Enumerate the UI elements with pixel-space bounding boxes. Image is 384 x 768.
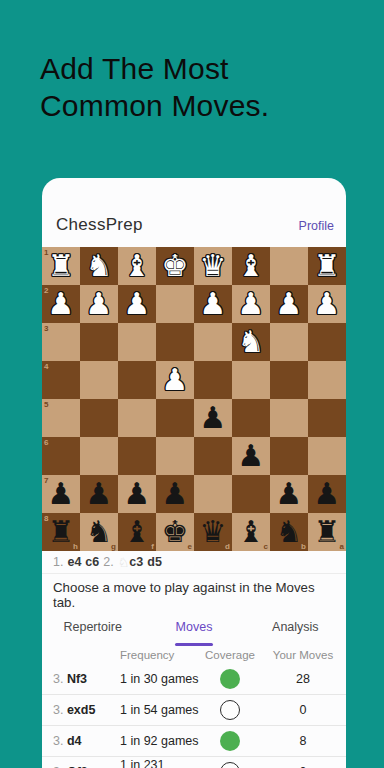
square-g1[interactable]: ♞ [80,247,118,285]
square-g2[interactable]: ♟ [80,285,118,323]
white-piece-B: ♝ [118,247,156,285]
black-piece-P: ♟ [232,437,270,475]
tab-analysis[interactable]: Analysis [245,615,346,646]
square-a5[interactable] [308,399,346,437]
black-piece-P: ♟ [270,475,308,513]
square-e3[interactable] [156,323,194,361]
row-move-name: Nf3 [67,672,87,686]
move-text: e4 [67,555,81,569]
row-move-number: 3. [53,734,67,748]
white-piece-P: ♟ [118,285,156,323]
square-e8[interactable]: e♚ [156,513,194,551]
hero-heading: Add The Most Common Moves. [40,50,269,124]
square-b5[interactable] [270,399,308,437]
square-c1[interactable]: ♝ [232,247,270,285]
phone-mockup: ChessPrep Profile 1♜♞♝♚♛♝♜2♟♟♟♟♟♟♟3♞4♟5♟… [42,178,346,768]
square-c7[interactable] [232,475,270,513]
move-text: c6 [85,555,99,569]
square-f7[interactable]: ♟ [118,475,156,513]
move-text: d5 [147,555,162,569]
white-piece-P: ♟ [308,285,346,323]
header-your-moves: Your Moves [260,649,346,661]
square-g6[interactable] [80,437,118,475]
app-header: ChessPrep Profile [42,178,346,247]
square-f8[interactable]: f♝ [118,513,156,551]
square-b2[interactable]: ♟ [270,285,308,323]
row-your-moves: 8 [260,734,346,748]
moves-table: Frequency Coverage Your Moves 3. Nf31 in… [42,646,346,768]
square-d4[interactable] [194,361,232,399]
square-d3[interactable] [194,323,232,361]
square-b4[interactable] [270,361,308,399]
square-e1[interactable]: ♚ [156,247,194,285]
tab-active-underline [175,643,213,646]
rank-label: 4 [44,362,48,371]
rank-label: 1 [44,248,48,257]
square-g3[interactable] [80,323,118,361]
row-frequency: 1 in 30 games [120,672,200,686]
coverage-indicator-filled [220,669,240,689]
hero-heading-line2: Common Moves. [40,87,269,124]
row-move-name: exd5 [67,703,96,717]
move-row-exd5[interactable]: 3. exd51 in 54 games0 [42,694,346,725]
moves-table-header: Frequency Coverage Your Moves [42,646,346,663]
header-coverage: Coverage [200,649,260,661]
tab-label: Repertoire [63,620,121,634]
square-f4[interactable] [118,361,156,399]
row-move-name: d4 [67,734,82,748]
row-frequency: 1 in 92 games [120,734,200,748]
row-frequency: 1 in 231 gam... [120,758,200,768]
square-a3[interactable] [308,323,346,361]
white-piece-R: ♜ [308,247,346,285]
square-e6[interactable] [156,437,194,475]
row-move-number: 3. [53,703,67,717]
tab-bar: RepertoireMovesAnalysis [42,615,346,646]
square-d1[interactable]: ♛ [194,247,232,285]
square-a6[interactable] [308,437,346,475]
moves-table-body: 3. Nf31 in 30 games283. exd51 in 54 game… [42,663,346,768]
file-label: e [188,542,192,551]
square-e5[interactable] [156,399,194,437]
rank-label: 6 [44,438,48,447]
square-b8[interactable]: b♞ [270,513,308,551]
square-h1[interactable]: 1♜ [42,247,80,285]
black-piece-P: ♟ [80,475,118,513]
tab-label: Analysis [272,620,319,634]
file-label: a [340,542,344,551]
chess-board: 1♜♞♝♚♛♝♜2♟♟♟♟♟♟♟3♞4♟5♟6♟7♟♟♟♟♟♟8h♜g♞f♝e♚… [42,247,346,551]
square-d2[interactable]: ♟ [194,285,232,323]
row-move-number: 3. [53,672,67,686]
file-label: c [264,542,268,551]
square-e2[interactable] [156,285,194,323]
move-number: 2. [103,555,113,569]
app-title: ChessPrep [56,215,143,235]
square-g5[interactable] [80,399,118,437]
move-text: c3 [129,555,143,569]
rank-label: 3 [44,324,48,333]
square-g4[interactable] [80,361,118,399]
white-piece-P: ♟ [270,285,308,323]
file-label: b [301,542,306,551]
square-h7[interactable]: 7♟ [42,475,80,513]
square-h2[interactable]: 2♟ [42,285,80,323]
square-h4[interactable]: 4 [42,361,80,399]
tab-repertoire[interactable]: Repertoire [42,615,143,646]
square-d6[interactable] [194,437,232,475]
coverage-indicator-empty [220,700,240,720]
coverage-indicator-empty [220,762,240,768]
square-f5[interactable] [118,399,156,437]
white-piece-P: ♟ [232,285,270,323]
black-piece-P: ♟ [194,399,232,437]
file-label: h [73,542,78,551]
square-b6[interactable] [270,437,308,475]
square-f3[interactable] [118,323,156,361]
white-piece-B: ♝ [232,247,270,285]
white-piece-Q: ♛ [194,247,232,285]
hero-heading-line1: Add The Most [40,50,269,87]
square-a1[interactable]: ♜ [308,247,346,285]
row-your-moves: 28 [260,672,346,686]
white-piece-N: ♞ [232,323,270,361]
square-d7[interactable] [194,475,232,513]
rank-label: 8 [44,514,48,523]
square-f1[interactable]: ♝ [118,247,156,285]
coverage-indicator-filled [220,731,240,751]
move-text: ♘ [118,555,130,570]
move-row-d4[interactable]: 3. d41 in 92 games8 [42,725,346,756]
black-piece-P: ♟ [118,475,156,513]
rank-label: 2 [44,286,48,295]
white-piece-P: ♟ [80,285,118,323]
square-h5[interactable]: 5 [42,399,80,437]
square-a7[interactable]: ♟ [308,475,346,513]
square-c8[interactable]: c♝ [232,513,270,551]
white-piece-P: ♟ [194,285,232,323]
square-b1[interactable] [270,247,308,285]
square-c4[interactable] [232,361,270,399]
move-number: 1. [53,555,63,569]
file-label: g [111,542,116,551]
square-h3[interactable]: 3 [42,323,80,361]
move-row-Nf3[interactable]: 3. Nf31 in 30 games28 [42,663,346,694]
white-piece-K: ♚ [156,247,194,285]
rank-label: 5 [44,400,48,409]
square-c2[interactable]: ♟ [232,285,270,323]
move-list[interactable]: 1.e4c62.♘c3d5 [42,551,346,574]
white-piece-P: ♟ [156,361,194,399]
square-a2[interactable]: ♟ [308,285,346,323]
square-h8[interactable]: 8h♜ [42,513,80,551]
square-a4[interactable] [308,361,346,399]
white-piece-N: ♞ [80,247,118,285]
square-b7[interactable]: ♟ [270,475,308,513]
square-d8[interactable]: d♛ [194,513,232,551]
black-piece-B: ♝ [118,513,156,551]
square-e4[interactable]: ♟ [156,361,194,399]
row-your-moves: 0 [260,703,346,717]
square-h6[interactable]: 6 [42,437,80,475]
tab-moves[interactable]: Moves [143,615,244,646]
black-piece-P: ♟ [156,475,194,513]
square-e7[interactable]: ♟ [156,475,194,513]
square-f6[interactable] [118,437,156,475]
black-piece-P: ♟ [308,475,346,513]
square-d5[interactable]: ♟ [194,399,232,437]
rank-label: 7 [44,476,48,485]
square-a8[interactable]: a♜ [308,513,346,551]
square-b3[interactable] [270,323,308,361]
file-label: f [151,542,154,551]
row-frequency: 1 in 54 games [120,703,200,717]
file-label: d [225,542,230,551]
profile-link[interactable]: Profile [299,219,334,233]
square-c5[interactable] [232,399,270,437]
square-c6[interactable]: ♟ [232,437,270,475]
square-g8[interactable]: g♞ [80,513,118,551]
square-g7[interactable]: ♟ [80,475,118,513]
tab-label: Moves [176,620,213,634]
square-c3[interactable]: ♞ [232,323,270,361]
hint-text: Choose a move to play against in the Mov… [42,574,346,615]
move-row-Qf3[interactable]: 3. Qf31 in 231 gam...0 [42,756,346,768]
header-frequency: Frequency [120,649,200,661]
square-f2[interactable]: ♟ [118,285,156,323]
